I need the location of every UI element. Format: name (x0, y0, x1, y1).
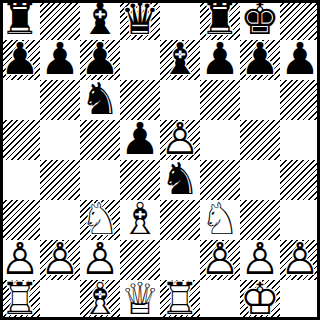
square-f6[interactable] (200, 80, 240, 120)
square-d7[interactable] (120, 40, 160, 80)
square-f7[interactable]: ♟ (200, 40, 240, 80)
chess-board: ♜♝♛♜♚♟♟♟♝♟♟♟♞♟♟♙♞♞♘♝♗♞♘♟♙♟♙♟♙♟♙♟♙♟♙♜♖♝♗♛… (0, 0, 320, 320)
square-c6[interactable]: ♞ (80, 80, 120, 120)
white-bishop: ♝♗ (120, 200, 160, 240)
black-bishop: ♝ (160, 40, 200, 80)
square-g7[interactable]: ♟ (240, 40, 280, 80)
square-g1[interactable]: ♚♔ (240, 280, 280, 320)
square-d3[interactable]: ♝♗ (120, 200, 160, 240)
square-d8[interactable]: ♛ (120, 0, 160, 40)
square-b1[interactable] (40, 280, 80, 320)
square-h6[interactable] (280, 80, 320, 120)
white-rook: ♜♖ (160, 280, 200, 320)
square-g6[interactable] (240, 80, 280, 120)
square-c1[interactable]: ♝♗ (80, 280, 120, 320)
white-pawn: ♟♙ (280, 240, 320, 280)
black-knight: ♞ (160, 160, 200, 200)
square-a6[interactable] (0, 80, 40, 120)
white-pawn: ♟♙ (40, 240, 80, 280)
square-b4[interactable] (40, 160, 80, 200)
square-e1[interactable]: ♜♖ (160, 280, 200, 320)
square-f5[interactable] (200, 120, 240, 160)
square-g5[interactable] (240, 120, 280, 160)
white-rook: ♜♖ (0, 280, 40, 320)
square-a5[interactable] (0, 120, 40, 160)
square-d1[interactable]: ♛♕ (120, 280, 160, 320)
square-b7[interactable]: ♟ (40, 40, 80, 80)
white-bishop: ♝♗ (80, 280, 120, 320)
square-d5[interactable]: ♟ (120, 120, 160, 160)
black-pawn: ♟ (0, 40, 40, 80)
square-h4[interactable] (280, 160, 320, 200)
square-b5[interactable] (40, 120, 80, 160)
square-a7[interactable]: ♟ (0, 40, 40, 80)
square-a1[interactable]: ♜♖ (0, 280, 40, 320)
black-pawn: ♟ (200, 40, 240, 80)
white-pawn: ♟♙ (200, 240, 240, 280)
square-h1[interactable] (280, 280, 320, 320)
square-g4[interactable] (240, 160, 280, 200)
square-f2[interactable]: ♟♙ (200, 240, 240, 280)
white-king: ♚♔ (240, 280, 280, 320)
black-pawn: ♟ (280, 40, 320, 80)
square-a4[interactable] (0, 160, 40, 200)
square-b2[interactable]: ♟♙ (40, 240, 80, 280)
square-e3[interactable] (160, 200, 200, 240)
black-pawn: ♟ (240, 40, 280, 80)
square-h7[interactable]: ♟ (280, 40, 320, 80)
square-c5[interactable] (80, 120, 120, 160)
black-pawn: ♟ (40, 40, 80, 80)
square-e4[interactable]: ♞ (160, 160, 200, 200)
square-e7[interactable]: ♝ (160, 40, 200, 80)
white-queen: ♛♕ (120, 280, 160, 320)
black-pawn: ♟ (120, 120, 160, 160)
square-b6[interactable] (40, 80, 80, 120)
square-h2[interactable]: ♟♙ (280, 240, 320, 280)
square-h5[interactable] (280, 120, 320, 160)
square-f1[interactable] (200, 280, 240, 320)
black-queen: ♛ (120, 0, 160, 40)
chess-diagram: ♜♝♛♜♚♟♟♟♝♟♟♟♞♟♟♙♞♞♘♝♗♞♘♟♙♟♙♟♙♟♙♟♙♟♙♜♖♝♗♛… (0, 0, 320, 320)
black-knight: ♞ (80, 80, 120, 120)
